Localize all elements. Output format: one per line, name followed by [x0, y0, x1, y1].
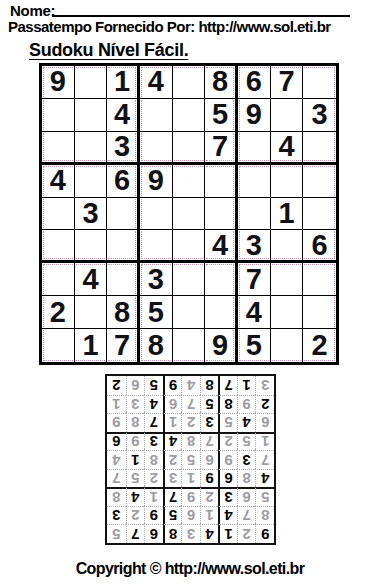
dotted-accent: [239, 231, 269, 259]
solution-cell-r8c9: 1: [107, 395, 126, 414]
dotted-accent: [206, 264, 234, 294]
solution-cell-r6c3: 2: [218, 432, 237, 451]
puzzle-cell-r4c3[interactable]: 6: [107, 165, 140, 198]
provider-line: Passatempo Fornecido Por: http://www.sol…: [8, 18, 331, 35]
puzzle-cell-r4c7[interactable]: [238, 165, 271, 198]
puzzle-cell-r3c7[interactable]: [238, 132, 271, 165]
puzzle-cell-r9c4[interactable]: 8: [140, 329, 173, 362]
puzzle-cell-r7c5[interactable]: [173, 263, 206, 296]
dotted-accent: [304, 67, 335, 97]
dotted-accent: [174, 67, 204, 97]
solution-cell-r8c2: 9: [237, 395, 256, 414]
dotted-accent: [108, 264, 136, 294]
dotted-accent: [272, 199, 302, 229]
name-blank-line[interactable]: [52, 0, 350, 17]
solution-cell-r7c9: 9: [107, 413, 126, 432]
puzzle-cell-r3c5[interactable]: [173, 132, 206, 165]
puzzle-cell-r7c8[interactable]: [271, 263, 304, 296]
solution-cell-r8c5: 7: [181, 395, 200, 414]
puzzle-cell-r2c6[interactable]: 5: [205, 99, 238, 132]
solution-cell-r5c8: 1: [126, 450, 145, 469]
puzzle-cell-r2c2[interactable]: [75, 99, 108, 132]
puzzle-cell-r8c9[interactable]: [303, 296, 336, 329]
puzzle-cell-r8c6[interactable]: [205, 296, 238, 329]
dotted-accent: [206, 67, 234, 97]
dotted-accent: [141, 133, 171, 161]
dotted-accent: [76, 199, 106, 229]
solution-cell-r8c6: 6: [163, 395, 182, 414]
puzzle-cell-r9c1[interactable]: [42, 329, 75, 362]
dotted-accent: [206, 100, 234, 130]
solution-cell-r9c7: 5: [144, 376, 163, 395]
solution-cell-r7c3: 5: [218, 413, 237, 432]
solution-cell-r8c4: 5: [200, 395, 219, 414]
puzzle-cell-r3c9[interactable]: [303, 132, 336, 165]
solution-cell-r7c1: 6: [255, 413, 274, 432]
dotted-accent: [239, 133, 269, 161]
dotted-accent: [304, 297, 335, 327]
solution-cell-r1c1: 9: [255, 524, 274, 543]
solution-cell-r2c4: 1: [200, 506, 219, 525]
dotted-accent: [76, 133, 106, 161]
puzzle-cell-r1c7[interactable]: 6: [238, 66, 271, 99]
dotted-accent: [272, 100, 302, 130]
dotted-accent: [206, 297, 234, 327]
dotted-accent: [174, 100, 204, 130]
puzzle-cell-r6c4[interactable]: [140, 230, 173, 263]
puzzle-cell-r4c6[interactable]: [205, 165, 238, 198]
puzzle-cell-r8c4[interactable]: 5: [140, 296, 173, 329]
dotted-accent: [43, 264, 73, 294]
solution-cell-r2c9: 3: [107, 506, 126, 525]
dotted-accent: [76, 231, 106, 259]
dotted-accent: [141, 100, 171, 130]
dotted-accent: [239, 297, 269, 327]
page-title: Sudoku Nível Fácil.: [29, 40, 188, 61]
dotted-accent: [239, 166, 269, 196]
puzzle-cell-r2c7[interactable]: 9: [238, 99, 271, 132]
puzzle-cell-r1c1[interactable]: 9: [42, 66, 75, 99]
puzzle-cell-r9c8[interactable]: [271, 329, 304, 362]
solution-cell-r5c4: 6: [200, 450, 219, 469]
dotted-accent: [141, 231, 171, 259]
solution-cell-r8c1: 2: [255, 395, 274, 414]
dotted-accent: [141, 264, 171, 294]
solution-cell-r6c8: 9: [126, 432, 145, 451]
dotted-accent: [239, 330, 269, 361]
solution-cell-r7c2: 4: [237, 413, 256, 432]
puzzle-cell-r6c2[interactable]: [75, 230, 108, 263]
solution-cell-r4c6: 3: [163, 469, 182, 488]
solution-cell-r9c3: 7: [218, 376, 237, 395]
puzzle-cell-r8c8[interactable]: [271, 296, 304, 329]
solution-cell-r3c8: 4: [126, 487, 145, 506]
solution-cell-r7c6: 1: [163, 413, 182, 432]
dotted-accent: [304, 166, 335, 196]
puzzle-cell-r2c4[interactable]: [140, 99, 173, 132]
dotted-accent: [108, 231, 136, 259]
puzzle-cell-r8c7[interactable]: 4: [238, 296, 271, 329]
puzzle-cell-r5c6[interactable]: [205, 198, 238, 231]
puzzle-cell-r5c3[interactable]: [107, 198, 140, 231]
solution-cell-r1c9: 5: [107, 524, 126, 543]
dotted-accent: [272, 67, 302, 97]
puzzle-cell-r8c1[interactable]: 2: [42, 296, 75, 329]
dotted-accent: [174, 199, 204, 229]
solution-cell-r3c5: 9: [181, 487, 200, 506]
dotted-accent: [76, 330, 106, 361]
solution-cell-r9c6: 9: [163, 376, 182, 395]
solution-cell-r2c2: 7: [237, 506, 256, 525]
dotted-accent: [108, 100, 136, 130]
puzzle-cell-r9c5[interactable]: [173, 329, 206, 362]
solution-cell-r3c6: 7: [163, 487, 182, 506]
dotted-accent: [272, 231, 302, 259]
dotted-accent: [43, 133, 73, 161]
dotted-accent: [108, 330, 136, 361]
solution-cell-r6c6: 4: [163, 432, 182, 451]
puzzle-cell-r4c4[interactable]: 9: [140, 165, 173, 198]
solution-cell-r6c7: 3: [144, 432, 163, 451]
dotted-accent: [206, 231, 234, 259]
dotted-accent: [108, 199, 136, 229]
dotted-accent: [272, 264, 302, 294]
solution-cell-r6c1: 1: [255, 432, 274, 451]
name-label: Nome:: [10, 2, 55, 19]
solution-cell-r9c9: 2: [107, 376, 126, 395]
puzzle-cell-r6c6[interactable]: 4: [205, 230, 238, 263]
solution-cell-r9c4: 8: [200, 376, 219, 395]
puzzle-cell-r1c5[interactable]: [173, 66, 206, 99]
puzzle-cell-r1c2[interactable]: [75, 66, 108, 99]
dotted-accent: [108, 297, 136, 327]
dotted-accent: [304, 264, 335, 294]
dotted-accent: [43, 297, 73, 327]
puzzle-cell-r6c9[interactable]: 6: [303, 230, 336, 263]
solution-cell-r1c3: 1: [218, 524, 237, 543]
puzzle-cell-r7c4[interactable]: 3: [140, 263, 173, 296]
dotted-accent: [174, 297, 204, 327]
solution-cell-r9c2: 1: [237, 376, 256, 395]
puzzle-cell-r5c8[interactable]: 1: [271, 198, 304, 231]
puzzle-cell-r3c8[interactable]: 4: [271, 132, 304, 165]
solution-cell-r1c5: 3: [181, 524, 200, 543]
puzzle-cell-r7c1[interactable]: [42, 263, 75, 296]
dotted-accent: [43, 199, 73, 229]
dotted-accent: [272, 166, 302, 196]
puzzle-cell-r8c2[interactable]: [75, 296, 108, 329]
solution-cell-r4c5: 1: [181, 469, 200, 488]
solution-cell-r9c5: 4: [181, 376, 200, 395]
dotted-accent: [239, 100, 269, 130]
solution-cell-r3c7: 1: [144, 487, 163, 506]
dotted-accent: [174, 330, 204, 361]
solution-cell-r4c9: 7: [107, 469, 126, 488]
solution-cell-r1c8: 7: [126, 524, 145, 543]
puzzle-cell-r2c9[interactable]: 3: [303, 99, 336, 132]
puzzle-cell-r5c2[interactable]: 3: [75, 198, 108, 231]
dotted-accent: [141, 330, 171, 361]
dotted-accent: [43, 166, 73, 196]
puzzle-cell-r6c8[interactable]: [271, 230, 304, 263]
puzzle-cell-r4c1[interactable]: 4: [42, 165, 75, 198]
dotted-accent: [43, 231, 73, 259]
dotted-accent: [141, 199, 171, 229]
dotted-accent: [304, 199, 335, 229]
solution-cell-r6c2: 5: [237, 432, 256, 451]
puzzle-cell-r1c8[interactable]: 7: [271, 66, 304, 99]
puzzle-cell-r9c2[interactable]: 1: [75, 329, 108, 362]
solution-cell-r8c8: 3: [126, 395, 145, 414]
solution-cell-r1c7: 6: [144, 524, 163, 543]
solution-cell-r7c5: 2: [181, 413, 200, 432]
puzzle-cell-r3c2[interactable]: [75, 132, 108, 165]
puzzle-cell-r7c7[interactable]: 7: [238, 263, 271, 296]
puzzle-cell-r2c3[interactable]: 4: [107, 99, 140, 132]
solution-cell-r3c4: 2: [200, 487, 219, 506]
solution-cell-r3c3: 3: [218, 487, 237, 506]
dotted-accent: [174, 264, 204, 294]
dotted-accent: [239, 199, 269, 229]
puzzle-cell-r4c5[interactable]: [173, 165, 206, 198]
puzzle-cell-r4c2[interactable]: [75, 165, 108, 198]
dotted-accent: [206, 166, 234, 196]
puzzle-cell-r6c3[interactable]: [107, 230, 140, 263]
puzzle-cell-r8c3[interactable]: 8: [107, 296, 140, 329]
dotted-accent: [174, 231, 204, 259]
puzzle-cell-r2c1[interactable]: [42, 99, 75, 132]
puzzle-cell-r6c1[interactable]: [42, 230, 75, 263]
solution-cell-r7c7: 7: [144, 413, 163, 432]
solution-cell-r5c2: 3: [237, 450, 256, 469]
solution-cell-r1c6: 8: [163, 524, 182, 543]
solution-cell-r2c7: 9: [144, 506, 163, 525]
solution-cell-r4c4: 9: [200, 469, 219, 488]
dotted-accent: [76, 67, 106, 97]
solution-cell-r4c7: 2: [144, 469, 163, 488]
solution-cell-r1c2: 2: [237, 524, 256, 543]
dotted-accent: [304, 330, 335, 361]
solution-cell-r4c2: 8: [237, 469, 256, 488]
puzzle-cell-r4c8[interactable]: [271, 165, 304, 198]
dotted-accent: [206, 133, 234, 161]
puzzle-cell-r5c5[interactable]: [173, 198, 206, 231]
dotted-accent: [239, 264, 269, 294]
puzzle-cell-r5c9[interactable]: [303, 198, 336, 231]
dotted-accent: [43, 330, 73, 361]
puzzle-cell-r4c9[interactable]: [303, 165, 336, 198]
solution-cell-r8c3: 8: [218, 395, 237, 414]
puzzle-cell-r3c4[interactable]: [140, 132, 173, 165]
puzzle-cell-r6c5[interactable]: [173, 230, 206, 263]
solution-cell-r2c5: 6: [181, 506, 200, 525]
sudoku-solution-grid-upside-down: 9214386758741659235632971484869132577396…: [105, 374, 276, 545]
dotted-accent: [174, 133, 204, 161]
dotted-accent: [141, 297, 171, 327]
solution-cell-r9c1: 3: [255, 376, 274, 395]
dotted-accent: [174, 166, 204, 196]
puzzle-cell-r1c6[interactable]: 8: [205, 66, 238, 99]
solution-cell-r5c7: 8: [144, 450, 163, 469]
puzzle-cell-r5c1[interactable]: [42, 198, 75, 231]
puzzle-cell-r7c3[interactable]: [107, 263, 140, 296]
solution-cell-r2c1: 8: [255, 506, 274, 525]
solution-cell-r5c1: 7: [255, 450, 274, 469]
puzzle-cell-r9c9[interactable]: 2: [303, 329, 336, 362]
dotted-accent: [76, 297, 106, 327]
solution-cell-r2c6: 5: [163, 506, 182, 525]
puzzle-cell-r2c8[interactable]: [271, 99, 304, 132]
copyright-text: Copyright © http://www.sol.eti.br: [0, 560, 380, 578]
solution-cell-r5c6: 2: [163, 450, 182, 469]
solution-cell-r4c1: 4: [255, 469, 274, 488]
solution-cell-r3c9: 8: [107, 487, 126, 506]
dotted-accent: [43, 100, 73, 130]
solution-cell-r6c5: 8: [181, 432, 200, 451]
dotted-accent: [206, 330, 234, 361]
puzzle-cell-r2c5[interactable]: [173, 99, 206, 132]
puzzle-cell-r1c4[interactable]: 4: [140, 66, 173, 99]
dotted-accent: [272, 133, 302, 161]
solution-cell-r6c4: 7: [200, 432, 219, 451]
puzzle-cell-r1c3[interactable]: 1: [107, 66, 140, 99]
solution-cell-r3c2: 6: [237, 487, 256, 506]
dotted-accent: [108, 133, 136, 161]
dotted-accent: [76, 100, 106, 130]
solution-cell-r5c5: 5: [181, 450, 200, 469]
solution-cell-r2c3: 4: [218, 506, 237, 525]
dotted-accent: [108, 166, 136, 196]
dotted-accent: [304, 231, 335, 259]
puzzle-cell-r7c6[interactable]: [205, 263, 238, 296]
dotted-accent: [272, 297, 302, 327]
solution-cell-r7c4: 3: [200, 413, 219, 432]
solution-cell-r3c1: 5: [255, 487, 274, 506]
solution-cell-r8c7: 4: [144, 395, 163, 414]
solution-cell-r5c9: 4: [107, 450, 126, 469]
solution-cell-r6c9: 6: [107, 432, 126, 451]
dotted-accent: [272, 330, 302, 361]
solution-cell-r2c8: 2: [126, 506, 145, 525]
solution-cell-r5c3: 9: [218, 450, 237, 469]
puzzle-cell-r9c3[interactable]: 7: [107, 329, 140, 362]
puzzle-cell-r6c7[interactable]: 3: [238, 230, 271, 263]
puzzle-cell-r9c6[interactable]: 9: [205, 329, 238, 362]
dotted-accent: [206, 199, 234, 229]
dotted-accent: [304, 133, 335, 161]
dotted-accent: [76, 264, 106, 294]
puzzle-cell-r3c3[interactable]: 3: [107, 132, 140, 165]
puzzle-cell-r3c1[interactable]: [42, 132, 75, 165]
solution-cell-r7c8: 8: [126, 413, 145, 432]
puzzle-cell-r1c9[interactable]: [303, 66, 336, 99]
dotted-accent: [304, 100, 335, 130]
dotted-accent: [43, 67, 73, 97]
solution-cell-r1c4: 4: [200, 524, 219, 543]
solution-cell-r9c8: 6: [126, 376, 145, 395]
dotted-accent: [239, 67, 269, 97]
puzzle-cell-r8c5[interactable]: [173, 296, 206, 329]
dotted-accent: [76, 166, 106, 196]
solution-cell-r4c3: 6: [218, 469, 237, 488]
puzzle-cell-r9c7[interactable]: 5: [238, 329, 271, 362]
puzzle-cell-r5c7[interactable]: [238, 198, 271, 231]
dotted-accent: [141, 166, 171, 196]
sudoku-puzzle-grid: 9148674593374469314364372854178952: [39, 63, 339, 365]
puzzle-cell-r5c4[interactable]: [140, 198, 173, 231]
solution-cell-r4c8: 5: [126, 469, 145, 488]
puzzle-cell-r3c6[interactable]: 7: [205, 132, 238, 165]
dotted-accent: [141, 67, 171, 97]
puzzle-cell-r7c9[interactable]: [303, 263, 336, 296]
dotted-accent: [108, 67, 136, 97]
puzzle-cell-r7c2[interactable]: 4: [75, 263, 108, 296]
